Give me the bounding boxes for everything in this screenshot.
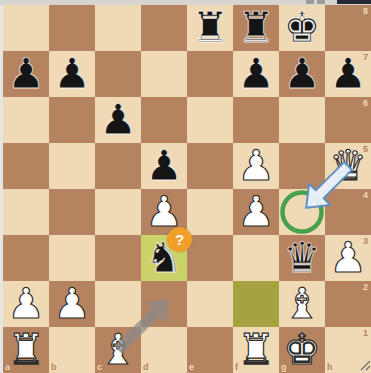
square-a1[interactable]: a♜ <box>3 327 49 373</box>
square-f5[interactable]: ♟ <box>233 143 279 189</box>
square-a8[interactable] <box>3 5 49 51</box>
chess-analysis-screenshot: ♜♜♚8♟♟♟♟7♟♟6♟♟5♛♟♟4♞♛3♟♟♟♝2a♜bc♝def♜g♚h1… <box>0 0 371 373</box>
square-b7[interactable]: ♟ <box>49 51 95 97</box>
square-d8[interactable] <box>141 5 187 51</box>
black-pawn-c6[interactable]: ♟ <box>95 97 141 143</box>
square-g2[interactable]: ♝ <box>279 281 325 327</box>
white-bishop-c1[interactable]: ♝ <box>95 327 141 373</box>
white-pawn-f4[interactable]: ♟ <box>233 189 279 235</box>
white-king-g1[interactable]: ♚ <box>279 327 325 373</box>
white-pawn-h3[interactable]: ♟ <box>325 235 371 281</box>
square-d7[interactable] <box>141 51 187 97</box>
square-g3[interactable]: ♛ <box>279 235 325 281</box>
black-pawn-b7[interactable]: ♟ <box>49 51 95 97</box>
chess-board[interactable]: ♜♜♚8♟♟♟♟7♟♟6♟♟5♛♟♟4♞♛3♟♟♟♝2a♜bc♝def♜g♚h1 <box>3 5 371 373</box>
square-e6[interactable] <box>187 97 233 143</box>
square-e1[interactable]: e <box>187 327 233 373</box>
square-b3[interactable] <box>49 235 95 281</box>
square-d1[interactable]: d <box>141 327 187 373</box>
file-label-e: e <box>189 362 194 372</box>
square-a4[interactable] <box>3 189 49 235</box>
square-a3[interactable] <box>3 235 49 281</box>
square-a6[interactable] <box>3 97 49 143</box>
square-e7[interactable] <box>187 51 233 97</box>
square-h7[interactable]: 7♟ <box>325 51 371 97</box>
square-f3[interactable] <box>233 235 279 281</box>
square-e3[interactable] <box>187 235 233 281</box>
white-pawn-a2[interactable]: ♟ <box>3 281 49 327</box>
square-b6[interactable] <box>49 97 95 143</box>
white-bishop-g2[interactable]: ♝ <box>279 281 325 327</box>
white-queen-h5[interactable]: ♛ <box>325 143 371 189</box>
black-rook-f8[interactable]: ♜ <box>233 5 279 51</box>
rank-label-2: 2 <box>363 282 368 292</box>
square-c6[interactable]: ♟ <box>95 97 141 143</box>
mistake-badge-icon: ? <box>167 227 192 252</box>
square-b8[interactable] <box>49 5 95 51</box>
square-g4[interactable] <box>279 189 325 235</box>
white-pawn-f5[interactable]: ♟ <box>233 143 279 189</box>
square-c2[interactable] <box>95 281 141 327</box>
square-h8[interactable]: 8 <box>325 5 371 51</box>
square-c8[interactable] <box>95 5 141 51</box>
white-rook-a1[interactable]: ♜ <box>3 327 49 373</box>
cutoff-timer-fragment <box>337 0 371 4</box>
square-a7[interactable]: ♟ <box>3 51 49 97</box>
square-c7[interactable] <box>95 51 141 97</box>
square-b5[interactable] <box>49 143 95 189</box>
white-rook-f1[interactable]: ♜ <box>233 327 279 373</box>
square-c4[interactable] <box>95 189 141 235</box>
square-f6[interactable] <box>233 97 279 143</box>
black-pawn-f7[interactable]: ♟ <box>233 51 279 97</box>
file-label-b: b <box>51 362 57 372</box>
square-d2[interactable] <box>141 281 187 327</box>
square-h2[interactable]: 2 <box>325 281 371 327</box>
square-h5[interactable]: 5♛ <box>325 143 371 189</box>
square-c3[interactable] <box>95 235 141 281</box>
black-pawn-g7[interactable]: ♟ <box>279 51 325 97</box>
black-queen-g3[interactable]: ♛ <box>279 235 325 281</box>
rank-label-4: 4 <box>363 190 368 200</box>
square-g7[interactable]: ♟ <box>279 51 325 97</box>
square-f7[interactable]: ♟ <box>233 51 279 97</box>
black-pawn-a7[interactable]: ♟ <box>3 51 49 97</box>
square-g6[interactable] <box>279 97 325 143</box>
square-e4[interactable] <box>187 189 233 235</box>
rank-label-6: 6 <box>363 98 368 108</box>
square-h3[interactable]: 3♟ <box>325 235 371 281</box>
rank-label-8: 8 <box>363 6 368 16</box>
square-e2[interactable] <box>187 281 233 327</box>
square-f8[interactable]: ♜ <box>233 5 279 51</box>
square-b2[interactable]: ♟ <box>49 281 95 327</box>
square-d6[interactable] <box>141 97 187 143</box>
square-f2[interactable] <box>233 281 279 327</box>
square-b4[interactable] <box>49 189 95 235</box>
white-pawn-b2[interactable]: ♟ <box>49 281 95 327</box>
square-b1[interactable]: b <box>49 327 95 373</box>
square-c1[interactable]: c♝ <box>95 327 141 373</box>
square-e5[interactable] <box>187 143 233 189</box>
square-h1[interactable]: h1 <box>325 327 371 373</box>
square-h4[interactable]: 4 <box>325 189 371 235</box>
square-a2[interactable]: ♟ <box>3 281 49 327</box>
black-pawn-d5[interactable]: ♟ <box>141 143 187 189</box>
square-g1[interactable]: g♚ <box>279 327 325 373</box>
square-a5[interactable] <box>3 143 49 189</box>
square-d5[interactable]: ♟ <box>141 143 187 189</box>
file-label-h: h <box>327 362 333 372</box>
rank-label-1: 1 <box>363 328 368 338</box>
square-f1[interactable]: f♜ <box>233 327 279 373</box>
black-king-g8[interactable]: ♚ <box>279 5 325 51</box>
square-g8[interactable]: ♚ <box>279 5 325 51</box>
square-g5[interactable] <box>279 143 325 189</box>
black-rook-e8[interactable]: ♜ <box>187 5 233 51</box>
square-e8[interactable]: ♜ <box>187 5 233 51</box>
square-h6[interactable]: 6 <box>325 97 371 143</box>
square-f4[interactable]: ♟ <box>233 189 279 235</box>
file-label-d: d <box>143 362 149 372</box>
black-pawn-h7[interactable]: ♟ <box>325 51 371 97</box>
square-c5[interactable] <box>95 143 141 189</box>
